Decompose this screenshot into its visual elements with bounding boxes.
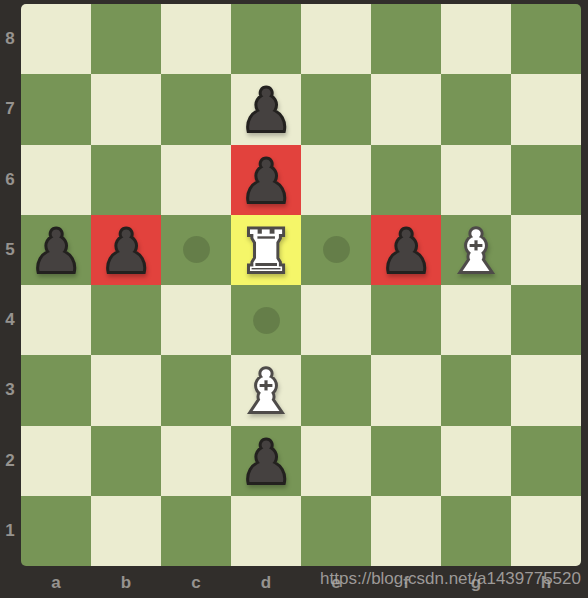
square-c6[interactable] xyxy=(161,145,231,215)
square-c3[interactable] xyxy=(161,355,231,425)
square-g3[interactable] xyxy=(441,355,511,425)
file-label-b: b xyxy=(121,573,131,593)
black-pawn[interactable]: ♟♟ xyxy=(21,215,91,285)
watermark-url: https://blog.csdn.net/a1439775520 xyxy=(320,569,581,589)
square-h4[interactable] xyxy=(511,285,581,355)
square-a4[interactable] xyxy=(21,285,91,355)
legal-move-dot xyxy=(323,236,350,263)
square-e6[interactable] xyxy=(301,145,371,215)
square-h5[interactable] xyxy=(511,215,581,285)
square-a1[interactable] xyxy=(21,496,91,566)
square-c4[interactable] xyxy=(161,285,231,355)
square-c5[interactable] xyxy=(161,215,231,285)
square-d5[interactable]: ♜♜ xyxy=(231,215,301,285)
square-h3[interactable] xyxy=(511,355,581,425)
legal-move-dot xyxy=(253,307,280,334)
square-e4[interactable] xyxy=(301,285,371,355)
square-g4[interactable] xyxy=(441,285,511,355)
black-pawn[interactable]: ♟♟ xyxy=(231,426,301,496)
square-b1[interactable] xyxy=(91,496,161,566)
square-a7[interactable] xyxy=(21,74,91,144)
file-label-c: c xyxy=(191,573,200,593)
chess-app: ♟♟♟♟♟♟♟♟♜♜♟♟♝♝♝♝♟♟ 87654321abcdefgh http… xyxy=(0,0,588,598)
square-f1[interactable] xyxy=(371,496,441,566)
square-g6[interactable] xyxy=(441,145,511,215)
square-b5[interactable]: ♟♟ xyxy=(91,215,161,285)
square-b8[interactable] xyxy=(91,4,161,74)
square-f2[interactable] xyxy=(371,426,441,496)
square-a5[interactable]: ♟♟ xyxy=(21,215,91,285)
square-d3[interactable]: ♝♝ xyxy=(231,355,301,425)
square-h6[interactable] xyxy=(511,145,581,215)
square-e1[interactable] xyxy=(301,496,371,566)
square-e3[interactable] xyxy=(301,355,371,425)
square-f7[interactable] xyxy=(371,74,441,144)
file-label-d: d xyxy=(261,573,271,593)
square-d8[interactable] xyxy=(231,4,301,74)
black-pawn[interactable]: ♟♟ xyxy=(231,145,301,215)
square-d1[interactable] xyxy=(231,496,301,566)
square-f3[interactable] xyxy=(371,355,441,425)
rank-label-2: 2 xyxy=(5,451,14,471)
square-d2[interactable]: ♟♟ xyxy=(231,426,301,496)
rank-label-6: 6 xyxy=(5,170,14,190)
square-f4[interactable] xyxy=(371,285,441,355)
square-c7[interactable] xyxy=(161,74,231,144)
square-a6[interactable] xyxy=(21,145,91,215)
square-g7[interactable] xyxy=(441,74,511,144)
legal-move-dot xyxy=(183,236,210,263)
square-e2[interactable] xyxy=(301,426,371,496)
square-f8[interactable] xyxy=(371,4,441,74)
square-h2[interactable] xyxy=(511,426,581,496)
rank-label-1: 1 xyxy=(5,521,14,541)
chess-board[interactable]: ♟♟♟♟♟♟♟♟♜♜♟♟♝♝♝♝♟♟ xyxy=(21,4,581,566)
square-b3[interactable] xyxy=(91,355,161,425)
rank-label-5: 5 xyxy=(5,240,14,260)
square-d7[interactable]: ♟♟ xyxy=(231,74,301,144)
black-pawn[interactable]: ♟♟ xyxy=(231,74,301,144)
square-c8[interactable] xyxy=(161,4,231,74)
square-c2[interactable] xyxy=(161,426,231,496)
white-bishop[interactable]: ♝♝ xyxy=(231,355,301,425)
square-c1[interactable] xyxy=(161,496,231,566)
black-pawn[interactable]: ♟♟ xyxy=(91,215,161,285)
square-h8[interactable] xyxy=(511,4,581,74)
white-rook[interactable]: ♜♜ xyxy=(231,215,301,285)
square-h7[interactable] xyxy=(511,74,581,144)
square-h1[interactable] xyxy=(511,496,581,566)
square-d4[interactable] xyxy=(231,285,301,355)
square-e5[interactable] xyxy=(301,215,371,285)
rank-label-4: 4 xyxy=(5,310,14,330)
black-pawn[interactable]: ♟♟ xyxy=(371,215,441,285)
square-g2[interactable] xyxy=(441,426,511,496)
square-d6[interactable]: ♟♟ xyxy=(231,145,301,215)
square-b7[interactable] xyxy=(91,74,161,144)
square-b4[interactable] xyxy=(91,285,161,355)
square-e7[interactable] xyxy=(301,74,371,144)
square-g5[interactable]: ♝♝ xyxy=(441,215,511,285)
square-f5[interactable]: ♟♟ xyxy=(371,215,441,285)
square-g1[interactable] xyxy=(441,496,511,566)
square-a2[interactable] xyxy=(21,426,91,496)
rank-label-8: 8 xyxy=(5,29,14,49)
square-e8[interactable] xyxy=(301,4,371,74)
square-a8[interactable] xyxy=(21,4,91,74)
rank-label-7: 7 xyxy=(5,99,14,119)
square-f6[interactable] xyxy=(371,145,441,215)
white-bishop[interactable]: ♝♝ xyxy=(441,215,511,285)
square-a3[interactable] xyxy=(21,355,91,425)
square-b6[interactable] xyxy=(91,145,161,215)
rank-label-3: 3 xyxy=(5,380,14,400)
file-label-a: a xyxy=(51,573,60,593)
square-b2[interactable] xyxy=(91,426,161,496)
square-g8[interactable] xyxy=(441,4,511,74)
